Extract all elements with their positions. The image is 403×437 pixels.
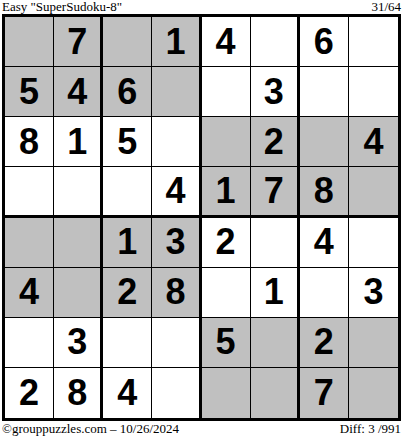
page-title: Easy "SuperSudoku-8" — [2, 0, 122, 13]
cell-r5c3[interactable]: 1 — [103, 218, 152, 268]
cell-r1c1[interactable] — [5, 17, 54, 67]
cell-r2c4[interactable] — [152, 67, 201, 117]
cell-r2c2[interactable]: 4 — [54, 67, 103, 117]
cell-r1c4[interactable]: 1 — [152, 17, 201, 67]
cell-r8c2[interactable]: 8 — [54, 368, 103, 418]
cell-r8c4[interactable] — [152, 368, 201, 418]
cell-r7c3[interactable] — [103, 318, 152, 368]
cell-r7c8[interactable] — [349, 318, 398, 368]
cell-r3c7[interactable] — [300, 117, 349, 167]
cell-r6c5[interactable] — [202, 268, 251, 318]
cell-r2c6[interactable]: 3 — [251, 67, 300, 117]
cell-r6c8[interactable]: 3 — [349, 268, 398, 318]
cell-r3c8[interactable]: 4 — [349, 117, 398, 167]
cell-r6c6[interactable]: 1 — [251, 268, 300, 318]
cell-r2c5[interactable] — [202, 67, 251, 117]
cell-r8c8[interactable] — [349, 368, 398, 418]
cell-r1c8[interactable] — [349, 17, 398, 67]
cell-r5c2[interactable] — [54, 218, 103, 268]
cell-r5c5[interactable]: 2 — [202, 218, 251, 268]
cell-r7c5[interactable]: 5 — [202, 318, 251, 368]
cell-r2c3[interactable]: 6 — [103, 67, 152, 117]
puzzle-counter: 31/64 — [371, 0, 401, 13]
cell-r6c1[interactable]: 4 — [5, 268, 54, 318]
cell-r4c4[interactable]: 4 — [152, 167, 201, 217]
sudoku-board: 714654638152441781324428133522847 — [2, 14, 401, 421]
cell-r4c3[interactable] — [103, 167, 152, 217]
cell-r8c6[interactable] — [251, 368, 300, 418]
cell-r5c4[interactable]: 3 — [152, 218, 201, 268]
cell-r7c4[interactable] — [152, 318, 201, 368]
cell-r4c5[interactable]: 1 — [202, 167, 251, 217]
cell-r2c8[interactable] — [349, 67, 398, 117]
cell-r3c1[interactable]: 8 — [5, 117, 54, 167]
cell-r2c7[interactable] — [300, 67, 349, 117]
cell-r2c1[interactable]: 5 — [5, 67, 54, 117]
cell-r7c1[interactable] — [5, 318, 54, 368]
cell-r4c7[interactable]: 8 — [300, 167, 349, 217]
cell-r8c7[interactable]: 7 — [300, 368, 349, 418]
header: Easy "SuperSudoku-8" 31/64 — [2, 0, 401, 14]
cell-r1c7[interactable]: 6 — [300, 17, 349, 67]
cell-r6c3[interactable]: 2 — [103, 268, 152, 318]
cell-r1c5[interactable]: 4 — [202, 17, 251, 67]
cell-r5c6[interactable] — [251, 218, 300, 268]
cell-r8c1[interactable]: 2 — [5, 368, 54, 418]
cell-r8c3[interactable]: 4 — [103, 368, 152, 418]
cell-r4c1[interactable] — [5, 167, 54, 217]
cell-r4c2[interactable] — [54, 167, 103, 217]
cell-r3c2[interactable]: 1 — [54, 117, 103, 167]
cell-r5c8[interactable] — [349, 218, 398, 268]
cell-r5c1[interactable] — [5, 218, 54, 268]
cell-r5c7[interactable]: 4 — [300, 218, 349, 268]
cell-r3c6[interactable]: 2 — [251, 117, 300, 167]
cell-r3c3[interactable]: 5 — [103, 117, 152, 167]
cell-r1c2[interactable]: 7 — [54, 17, 103, 67]
cell-r1c3[interactable] — [103, 17, 152, 67]
copyright-text: ©grouppuzzles.com – 10/26/2024 — [2, 422, 179, 436]
cell-r8c5[interactable] — [202, 368, 251, 418]
cell-r7c2[interactable]: 3 — [54, 318, 103, 368]
cell-r7c6[interactable] — [251, 318, 300, 368]
difficulty-text: Diff: 3 /991 — [340, 422, 401, 436]
cell-r6c4[interactable]: 8 — [152, 268, 201, 318]
cell-r4c6[interactable]: 7 — [251, 167, 300, 217]
cell-r6c2[interactable] — [54, 268, 103, 318]
cell-r1c6[interactable] — [251, 17, 300, 67]
cell-r3c5[interactable] — [202, 117, 251, 167]
cell-r6c7[interactable] — [300, 268, 349, 318]
cell-r3c4[interactable] — [152, 117, 201, 167]
footer: ©grouppuzzles.com – 10/26/2024 Diff: 3 /… — [2, 422, 401, 436]
cell-r4c8[interactable] — [349, 167, 398, 217]
cell-r7c7[interactable]: 2 — [300, 318, 349, 368]
